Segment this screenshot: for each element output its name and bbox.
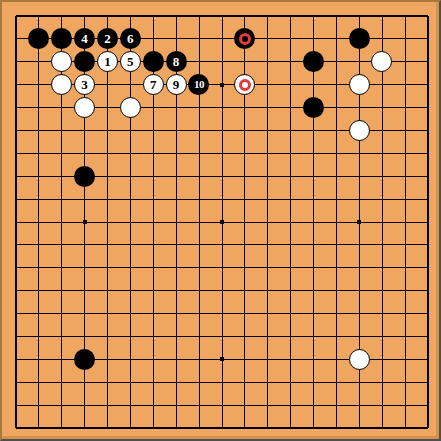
go-stone-white [74,97,95,118]
go-stone-black [349,28,370,49]
go-stone-black [143,51,164,72]
go-board: 42615837910 [0,0,441,441]
go-stone-white: 9 [166,74,187,95]
move-number: 1 [104,55,111,68]
go-stone-white [120,97,141,118]
go-stone-black [74,166,95,187]
go-stone-white: 5 [120,51,141,72]
move-number: 6 [127,32,134,45]
go-stone-white [51,51,72,72]
go-stone-black [51,28,72,49]
move-number: 2 [104,32,111,45]
go-stone-black [234,28,255,49]
go-stone-white [371,51,392,72]
move-number: 7 [150,78,157,91]
go-stone-black: 10 [188,74,209,95]
go-stone-black: 4 [74,28,95,49]
go-stone-white [349,74,370,95]
go-stone-white: 1 [97,51,118,72]
move-number: 10 [194,79,204,90]
go-stone-white [234,74,255,95]
move-number: 4 [81,32,88,45]
go-stone-black: 6 [120,28,141,49]
go-stone-white [51,74,72,95]
go-stone-black [303,97,324,118]
move-number: 5 [127,55,134,68]
move-number: 3 [81,78,88,91]
go-stone-black: 8 [166,51,187,72]
go-stone-white [349,349,370,370]
go-stone-black [28,28,49,49]
go-stone-white: 7 [143,74,164,95]
stone-layer: 42615837910 [5,5,440,440]
move-number: 9 [173,78,180,91]
go-stone-black [303,51,324,72]
go-stone-black [74,51,95,72]
circle-mark [239,79,251,91]
go-stone-white: 3 [74,74,95,95]
go-stone-black: 2 [97,28,118,49]
move-number: 8 [173,55,180,68]
go-stone-white [349,120,370,141]
circle-mark [239,33,251,45]
go-stone-black [74,349,95,370]
